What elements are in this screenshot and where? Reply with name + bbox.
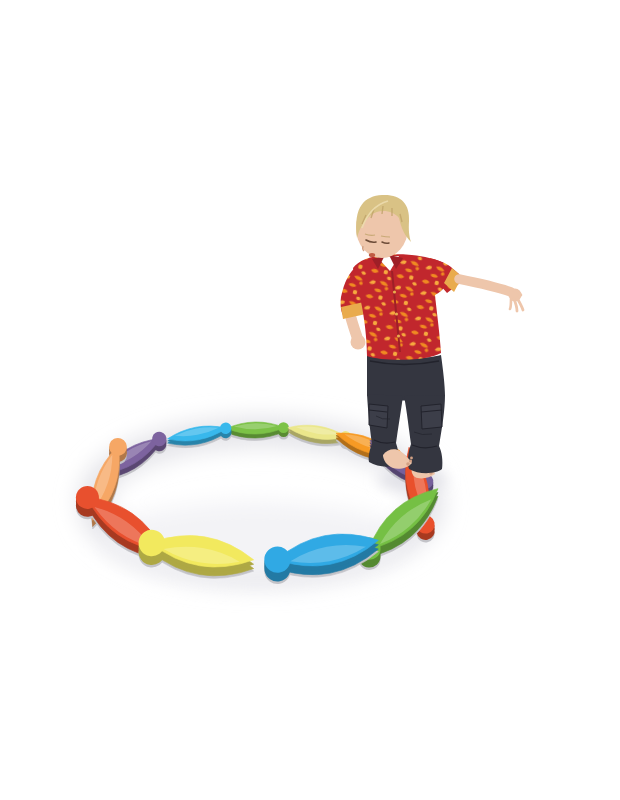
child-left-arm	[459, 279, 523, 311]
cargo-pocket-left	[369, 404, 388, 428]
photo-canvas	[0, 0, 620, 800]
product-photo	[0, 0, 620, 800]
child-fist	[351, 335, 366, 350]
cargo-pocket-right	[421, 404, 442, 429]
child-right-arm	[351, 318, 366, 350]
child-mouth	[369, 253, 375, 257]
child-head	[356, 195, 411, 258]
